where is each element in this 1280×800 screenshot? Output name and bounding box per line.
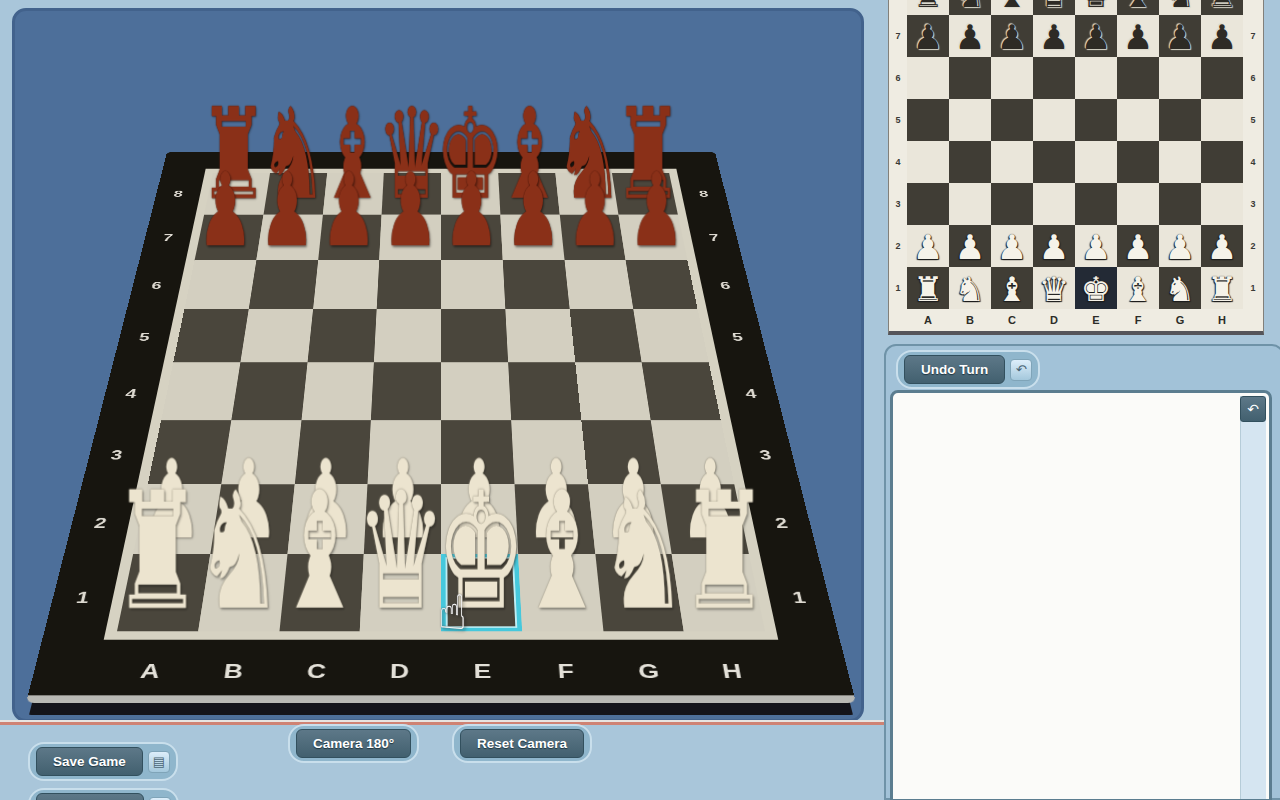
piece-white-rook[interactable]: ♜ xyxy=(113,474,203,628)
piece-white-queen: ♛ xyxy=(1039,269,1069,309)
mini-square-f2: ♟ xyxy=(1117,225,1159,267)
mini-square-h8: ♜ xyxy=(1201,0,1243,15)
square-g7[interactable]: ♟ xyxy=(559,215,625,260)
mini-square-g6 xyxy=(1159,57,1201,99)
mini-square-a7: ♟ xyxy=(907,15,949,57)
coordinate-label: 4 xyxy=(723,365,779,424)
mini-square-d8: ♛ xyxy=(1033,0,1075,15)
coordinate-label: 1 xyxy=(1243,267,1263,309)
mini-square-e3 xyxy=(1075,183,1117,225)
mini-square-h3 xyxy=(1201,183,1243,225)
coordinate-label: E xyxy=(441,655,525,687)
square-b1[interactable]: ♞ xyxy=(198,554,287,631)
coordinate-label: 8 xyxy=(889,0,907,15)
mini-square-a2: ♟ xyxy=(907,225,949,267)
save-icon: ▤ xyxy=(148,751,170,773)
minimap-rank-labels-left: 87654321 xyxy=(889,0,907,309)
mini-square-a1: ♜ xyxy=(907,267,949,309)
square-c1[interactable]: ♝ xyxy=(279,554,364,631)
mini-square-e4 xyxy=(1075,141,1117,183)
mini-square-h5 xyxy=(1201,99,1243,141)
square-d6[interactable] xyxy=(377,260,441,309)
piece-red-pawn[interactable]: ♟ xyxy=(320,162,376,259)
coordinate-label: F xyxy=(523,655,609,687)
coordinate-label: B xyxy=(189,655,276,687)
piece-white-rook[interactable]: ♜ xyxy=(679,474,769,628)
piece-white-bishop[interactable]: ♝ xyxy=(275,474,365,628)
square-d1[interactable]: ♛ xyxy=(360,554,441,631)
coordinate-label: H xyxy=(688,655,777,687)
coordinate-label: 6 xyxy=(131,261,181,311)
mini-square-d1: ♛ xyxy=(1033,267,1075,309)
coordinate-label: 7 xyxy=(691,215,739,261)
scroll-up-button[interactable]: ↶ xyxy=(1240,396,1266,422)
coordinate-label: 8 xyxy=(155,173,201,215)
mini-square-h2: ♟ xyxy=(1201,225,1243,267)
coordinate-label: 5 xyxy=(712,311,765,365)
mini-square-a5 xyxy=(907,99,949,141)
mini-square-b3 xyxy=(949,183,991,225)
mini-square-d3 xyxy=(1033,183,1075,225)
square-d7[interactable]: ♟ xyxy=(379,215,441,260)
piece-white-pawn: ♟ xyxy=(1081,227,1111,267)
piece-red-king: ♚ xyxy=(1081,0,1111,15)
minimap-rank-labels-right: 87654321 xyxy=(1243,0,1263,309)
mini-square-c6 xyxy=(991,57,1033,99)
coordinate-label: 8 xyxy=(681,173,727,215)
hand-cursor-icon: ☝ xyxy=(438,584,467,640)
coordinate-label: A xyxy=(907,309,949,331)
square-f1[interactable]: ♝ xyxy=(518,554,603,631)
piece-red-knight: ♞ xyxy=(1165,0,1195,15)
mini-square-f6 xyxy=(1117,57,1159,99)
coordinate-label: 7 xyxy=(144,215,192,261)
piece-red-pawn[interactable]: ♟ xyxy=(567,162,623,259)
reset-camera-button[interactable]: Reset Camera xyxy=(460,729,584,758)
mini-square-h1: ♜ xyxy=(1201,267,1243,309)
square-f7[interactable]: ♟ xyxy=(500,215,564,260)
mini-square-e5 xyxy=(1075,99,1117,141)
piece-red-pawn[interactable]: ♟ xyxy=(197,162,253,259)
mini-square-e7: ♟ xyxy=(1075,15,1117,57)
piece-red-rook: ♜ xyxy=(1207,0,1237,15)
mini-square-d2: ♟ xyxy=(1033,225,1075,267)
mini-square-d4 xyxy=(1033,141,1075,183)
piece-white-king: ♚ xyxy=(1081,269,1111,309)
piece-red-pawn[interactable]: ♟ xyxy=(444,162,500,259)
minimap-board: 87654321 ♜♞♝♛♚♝♞♜♟♟♟♟♟♟♟♟♟♟♟♟♟♟♟♟♜♞♝♛♚♝♞… xyxy=(888,0,1264,335)
piece-white-knight[interactable]: ♞ xyxy=(194,474,284,628)
mini-square-b8: ♞ xyxy=(949,0,991,15)
undo-turn-button[interactable]: Undo Turn xyxy=(904,355,1005,384)
square-c5[interactable] xyxy=(307,309,377,362)
mini-square-h4 xyxy=(1201,141,1243,183)
mini-square-g5 xyxy=(1159,99,1201,141)
coordinate-label: E xyxy=(1075,309,1117,331)
piece-white-queen[interactable]: ♛ xyxy=(356,474,446,628)
move-list-scrollbar[interactable]: ↶ xyxy=(1240,396,1266,799)
minimap-corner xyxy=(1243,309,1263,331)
minimap-corner xyxy=(889,309,907,331)
square-d5[interactable] xyxy=(374,309,441,362)
move-list-panel[interactable]: ↶ xyxy=(890,390,1272,800)
square-g4[interactable] xyxy=(575,362,651,420)
mini-square-c4 xyxy=(991,141,1033,183)
undo-icon: ↶ xyxy=(1010,359,1032,381)
coordinate-label: 6 xyxy=(889,57,907,99)
board-3d-face: ♜♞♝♛♚♝♞♜♟♟♟♟♟♟♟♟♟♟♟♟♟♟♟♟♜♞♝♛♚♝♞♜ xyxy=(104,169,779,640)
mini-square-f3 xyxy=(1117,183,1159,225)
load-game-button[interactable]: Load Game xyxy=(36,793,144,800)
piece-red-pawn: ♟ xyxy=(1165,17,1195,57)
piece-white-pawn: ♟ xyxy=(1207,227,1237,267)
piece-red-knight: ♞ xyxy=(955,0,985,15)
mini-square-f5 xyxy=(1117,99,1159,141)
file-labels: ABCDEFGH xyxy=(105,655,777,687)
mini-square-d5 xyxy=(1033,99,1075,141)
mini-square-d6 xyxy=(1033,57,1075,99)
minimap-file-labels: ABCDEFGH xyxy=(907,309,1243,331)
mini-square-a4 xyxy=(907,141,949,183)
piece-red-bishop: ♝ xyxy=(997,0,1027,15)
square-f5[interactable] xyxy=(505,309,575,362)
coordinate-label: G xyxy=(606,655,693,687)
mini-square-e8: ♚ xyxy=(1075,0,1117,15)
coordinate-label: 7 xyxy=(1243,15,1263,57)
piece-red-pawn: ♟ xyxy=(1039,17,1069,57)
mini-square-b4 xyxy=(949,141,991,183)
square-a6[interactable] xyxy=(184,260,256,309)
load-game-tab: Load Game ▤ xyxy=(28,788,179,800)
mini-square-c5 xyxy=(991,99,1033,141)
mini-square-h7: ♟ xyxy=(1201,15,1243,57)
square-h1[interactable]: ♜ xyxy=(672,554,765,631)
piece-white-rook: ♜ xyxy=(913,269,943,309)
piece-white-pawn: ♟ xyxy=(1165,227,1195,267)
piece-red-pawn: ♟ xyxy=(1081,17,1111,57)
piece-white-pawn: ♟ xyxy=(1039,227,1069,267)
mini-square-c8: ♝ xyxy=(991,0,1033,15)
coordinate-label: F xyxy=(1117,309,1159,331)
square-c7[interactable]: ♟ xyxy=(318,215,382,260)
square-a7[interactable]: ♟ xyxy=(195,215,264,260)
piece-red-pawn: ♟ xyxy=(997,17,1027,57)
coordinate-label: 3 xyxy=(889,183,907,225)
square-h5[interactable] xyxy=(633,309,708,362)
coordinate-label: 8 xyxy=(1243,0,1263,15)
square-e4[interactable] xyxy=(441,362,511,420)
mini-square-c1: ♝ xyxy=(991,267,1033,309)
coordinate-label: H xyxy=(1201,309,1243,331)
coordinate-label: C xyxy=(991,309,1033,331)
coordinate-label: G xyxy=(1159,309,1201,331)
coordinate-label: 2 xyxy=(889,225,907,267)
undo-turn-tab: Undo Turn ↶ xyxy=(896,350,1040,389)
mini-square-f8: ♝ xyxy=(1117,0,1159,15)
mini-square-e6 xyxy=(1075,57,1117,99)
piece-red-bishop: ♝ xyxy=(1123,0,1153,15)
square-b5[interactable] xyxy=(240,309,313,362)
mini-square-a3 xyxy=(907,183,949,225)
mini-square-b1: ♞ xyxy=(949,267,991,309)
square-c4[interactable] xyxy=(301,362,374,420)
coordinate-label: B xyxy=(949,309,991,331)
coordinate-label: 4 xyxy=(102,365,158,424)
piece-white-bishop[interactable]: ♝ xyxy=(517,474,607,628)
mini-square-d7: ♟ xyxy=(1033,15,1075,57)
piece-red-pawn[interactable]: ♟ xyxy=(382,162,438,259)
coordinate-label: 4 xyxy=(889,141,907,183)
piece-white-pawn: ♟ xyxy=(997,227,1027,267)
mini-square-b2: ♟ xyxy=(949,225,991,267)
square-b7[interactable]: ♟ xyxy=(256,215,322,260)
piece-red-pawn: ♟ xyxy=(1123,17,1153,57)
coordinate-label: 6 xyxy=(1243,57,1263,99)
mini-square-f1: ♝ xyxy=(1117,267,1159,309)
coordinate-label: A xyxy=(105,655,194,687)
load-icon: ▤ xyxy=(149,797,171,800)
piece-red-pawn: ♟ xyxy=(913,17,943,57)
square-g6[interactable] xyxy=(564,260,633,309)
camera-180-tab: Camera 180° xyxy=(288,724,419,763)
square-g5[interactable] xyxy=(569,309,642,362)
coordinate-label: 4 xyxy=(1243,141,1263,183)
coordinate-label: 6 xyxy=(701,261,751,311)
mini-square-g3 xyxy=(1159,183,1201,225)
square-h7[interactable]: ♟ xyxy=(619,215,688,260)
square-f4[interactable] xyxy=(508,362,581,420)
save-game-button[interactable]: Save Game xyxy=(36,747,143,776)
square-h6[interactable] xyxy=(626,260,698,309)
mini-square-e1: ♚ xyxy=(1075,267,1117,309)
mini-square-c7: ♟ xyxy=(991,15,1033,57)
piece-red-pawn[interactable]: ♟ xyxy=(505,162,561,259)
minimap-grid: ♜♞♝♛♚♝♞♜♟♟♟♟♟♟♟♟♟♟♟♟♟♟♟♟♜♞♝♛♚♝♞♜ xyxy=(907,0,1243,309)
mini-square-h6 xyxy=(1201,57,1243,99)
coordinate-label: 5 xyxy=(889,99,907,141)
coordinate-label: 3 xyxy=(1243,183,1263,225)
piece-red-pawn[interactable]: ♟ xyxy=(628,162,684,259)
mini-square-c2: ♟ xyxy=(991,225,1033,267)
board-3d-grid: ♜♞♝♛♚♝♞♜♟♟♟♟♟♟♟♟♟♟♟♟♟♟♟♟♜♞♝♛♚♝♞♜ xyxy=(117,173,765,631)
square-d4[interactable] xyxy=(371,362,441,420)
square-c6[interactable] xyxy=(313,260,380,309)
piece-red-pawn[interactable]: ♟ xyxy=(259,162,315,259)
mini-square-g2: ♟ xyxy=(1159,225,1201,267)
coordinate-label: 7 xyxy=(889,15,907,57)
mini-square-g4 xyxy=(1159,141,1201,183)
mini-square-g8: ♞ xyxy=(1159,0,1201,15)
mini-square-b7: ♟ xyxy=(949,15,991,57)
coordinate-label: 5 xyxy=(1243,99,1263,141)
mini-square-f4 xyxy=(1117,141,1159,183)
square-a4[interactable] xyxy=(161,362,240,420)
coordinate-label: 5 xyxy=(117,311,170,365)
coordinate-label: D xyxy=(357,655,441,687)
piece-red-rook: ♜ xyxy=(913,0,943,15)
piece-red-pawn: ♟ xyxy=(955,17,985,57)
mini-square-a6 xyxy=(907,57,949,99)
coordinate-label: D xyxy=(1033,309,1075,331)
mini-square-f7: ♟ xyxy=(1117,15,1159,57)
piece-white-bishop: ♝ xyxy=(1123,269,1153,309)
piece-white-pawn: ♟ xyxy=(955,227,985,267)
piece-white-pawn: ♟ xyxy=(1123,227,1153,267)
mini-square-g1: ♞ xyxy=(1159,267,1201,309)
square-b4[interactable] xyxy=(231,362,307,420)
square-e5[interactable] xyxy=(441,309,508,362)
mini-square-b5 xyxy=(949,99,991,141)
bottom-divider-line xyxy=(0,720,884,725)
piece-white-knight: ♞ xyxy=(1165,269,1195,309)
camera-180-button[interactable]: Camera 180° xyxy=(296,729,411,758)
square-f6[interactable] xyxy=(503,260,570,309)
coordinate-label: 1 xyxy=(889,267,907,309)
mini-square-c3 xyxy=(991,183,1033,225)
mini-square-a8: ♜ xyxy=(907,0,949,15)
piece-white-pawn: ♟ xyxy=(913,227,943,267)
square-e7[interactable]: ♟ xyxy=(441,215,503,260)
reset-camera-tab: Reset Camera xyxy=(452,724,592,763)
piece-white-rook: ♜ xyxy=(1207,269,1237,309)
coordinate-label: 2 xyxy=(1243,225,1263,267)
square-b6[interactable] xyxy=(249,260,318,309)
mini-square-g7: ♟ xyxy=(1159,15,1201,57)
piece-white-bishop: ♝ xyxy=(997,269,1027,309)
coordinate-label: 1 xyxy=(766,560,833,639)
piece-red-queen: ♛ xyxy=(1039,0,1069,15)
square-a5[interactable] xyxy=(173,309,248,362)
coordinate-label: C xyxy=(273,655,359,687)
square-g1[interactable]: ♞ xyxy=(595,554,684,631)
square-e6[interactable] xyxy=(441,260,505,309)
mini-square-e2: ♟ xyxy=(1075,225,1117,267)
piece-white-knight: ♞ xyxy=(955,269,985,309)
mini-square-b6 xyxy=(949,57,991,99)
save-game-tab: Save Game ▤ xyxy=(28,742,178,781)
piece-red-pawn: ♟ xyxy=(1207,17,1237,57)
piece-white-knight[interactable]: ♞ xyxy=(598,474,688,628)
square-h4[interactable] xyxy=(642,362,721,420)
